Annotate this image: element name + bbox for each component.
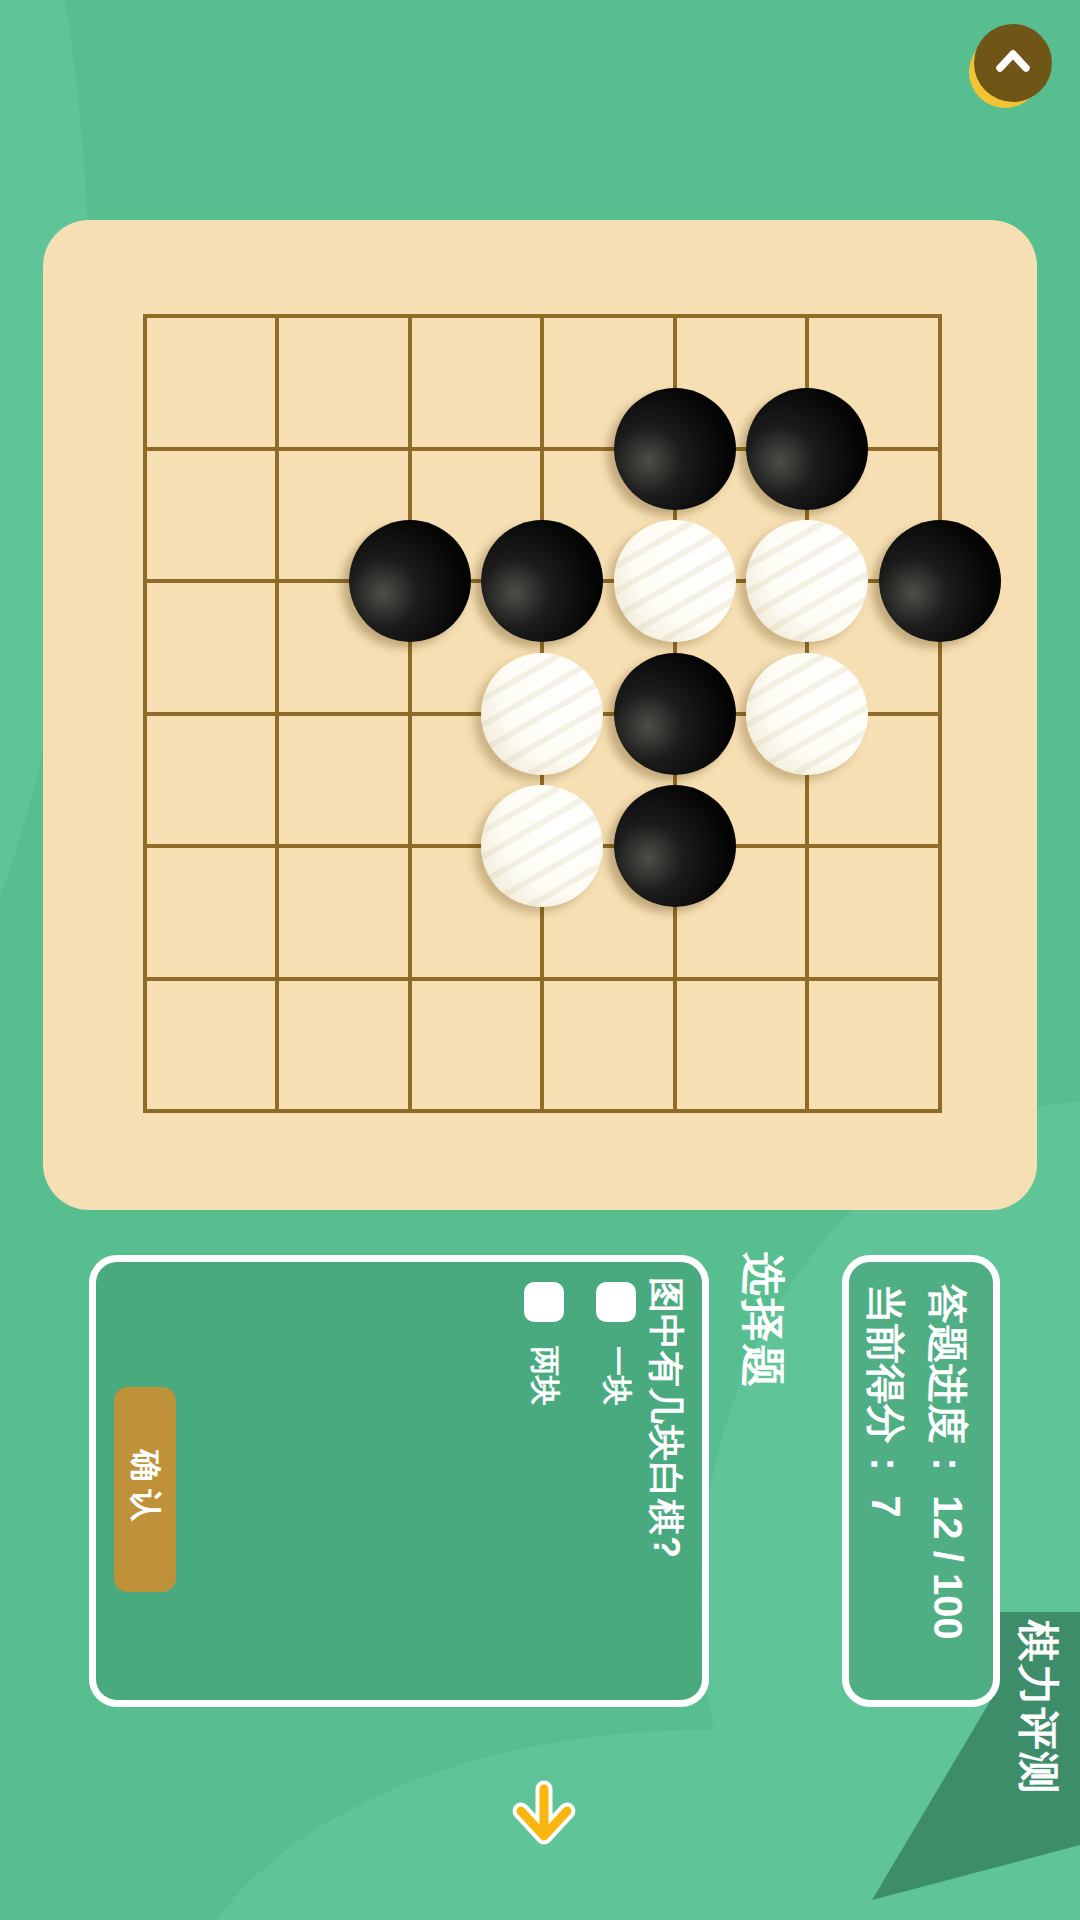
option-row-one-group[interactable]: 一块 — [596, 1282, 637, 1406]
question-panel: 图中有几块白棋? 一块 两块 确认 — [89, 1255, 709, 1707]
white-stone — [482, 653, 604, 775]
go-board-grid — [43, 220, 1037, 1210]
score-line: 当前得分： 7 — [855, 1284, 917, 1700]
progress-line: 答题进度： 12 / 100 — [917, 1284, 979, 1700]
confirm-button[interactable]: 确认 — [114, 1387, 176, 1592]
landscape-stage: 棋力评测 答题进度： 12 / 100 当前得分： 7 选择题 图中有几块白棋? — [0, 0, 1080, 1920]
tab-strength-test[interactable]: 棋力评测 — [996, 1612, 1080, 1847]
grid-line-vertical — [143, 977, 942, 981]
score-value: 7 — [864, 1495, 908, 1517]
grid-line-vertical — [143, 1109, 942, 1113]
collapse-button[interactable] — [950, 0, 1080, 130]
grid-line-horizontal — [276, 314, 280, 1113]
option-row-two-groups[interactable]: 两块 — [524, 1282, 565, 1406]
chevron-collapse-icon — [991, 41, 1035, 85]
next-arrow-icon[interactable] — [498, 1775, 586, 1863]
checkbox-one-group[interactable] — [597, 1282, 637, 1322]
checkbox-two-groups[interactable] — [525, 1282, 565, 1322]
black-stone — [747, 388, 869, 510]
question-text: 图中有几块白棋? — [641, 1277, 690, 1559]
white-stone — [747, 653, 869, 775]
black-stone — [614, 653, 736, 775]
progress-panel: 答题进度： 12 / 100 当前得分： 7 — [842, 1255, 1000, 1707]
black-stone — [614, 785, 736, 907]
black-stone — [482, 520, 604, 642]
section-label: 选择题 — [733, 1252, 792, 1390]
black-stone — [879, 520, 1001, 642]
score-label: 当前得分： — [864, 1284, 908, 1484]
progress-label: 答题进度： — [926, 1284, 970, 1484]
go-board-panel — [43, 220, 1037, 1210]
white-stone — [482, 785, 604, 907]
option-label-one-group: 一块 — [596, 1346, 637, 1406]
progress-value: 12 / 100 — [926, 1495, 970, 1640]
grid-line-horizontal — [408, 314, 412, 1113]
black-stone — [614, 388, 736, 510]
white-stone — [614, 520, 736, 642]
option-label-two-groups: 两块 — [524, 1346, 565, 1406]
grid-line-horizontal — [143, 314, 147, 1113]
confirm-button-label: 确认 — [123, 1450, 167, 1530]
white-stone — [747, 520, 869, 642]
screen: 棋力评测 答题进度： 12 / 100 当前得分： 7 选择题 图中有几块白棋? — [0, 0, 1080, 1920]
black-stone — [349, 520, 471, 642]
tab-strength-test-label: 棋力评测 — [1010, 1620, 1066, 1796]
